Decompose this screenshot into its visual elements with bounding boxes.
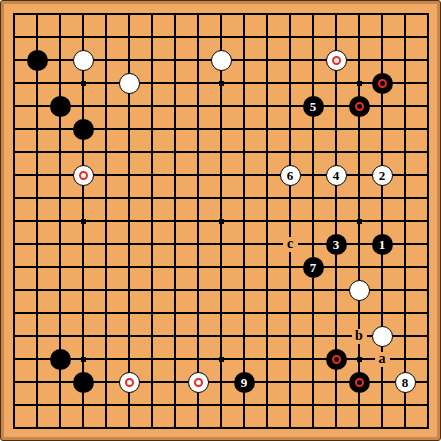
- intersection[interactable]: [394, 141, 417, 164]
- intersection[interactable]: [233, 210, 256, 233]
- intersection[interactable]: [95, 49, 118, 72]
- intersection[interactable]: 6: [279, 164, 302, 187]
- intersection[interactable]: [417, 187, 440, 210]
- intersection[interactable]: [233, 72, 256, 95]
- intersection[interactable]: [141, 417, 164, 440]
- intersection[interactable]: [95, 371, 118, 394]
- intersection[interactable]: [371, 417, 394, 440]
- intersection[interactable]: [348, 72, 371, 95]
- intersection[interactable]: [187, 325, 210, 348]
- intersection[interactable]: [118, 233, 141, 256]
- intersection[interactable]: [164, 141, 187, 164]
- intersection[interactable]: [164, 187, 187, 210]
- intersection[interactable]: [256, 164, 279, 187]
- intersection[interactable]: [348, 26, 371, 49]
- intersection[interactable]: [394, 3, 417, 26]
- intersection[interactable]: [164, 72, 187, 95]
- intersection[interactable]: [348, 187, 371, 210]
- intersection[interactable]: [394, 164, 417, 187]
- intersection[interactable]: [279, 26, 302, 49]
- intersection[interactable]: [233, 26, 256, 49]
- intersection[interactable]: [302, 325, 325, 348]
- intersection[interactable]: c: [279, 233, 302, 256]
- intersection[interactable]: [394, 417, 417, 440]
- intersection[interactable]: [279, 279, 302, 302]
- intersection[interactable]: [256, 371, 279, 394]
- intersection[interactable]: [210, 394, 233, 417]
- intersection[interactable]: [95, 187, 118, 210]
- intersection[interactable]: [394, 325, 417, 348]
- intersection[interactable]: [210, 371, 233, 394]
- intersection[interactable]: [256, 279, 279, 302]
- intersection[interactable]: [394, 256, 417, 279]
- intersection[interactable]: [164, 118, 187, 141]
- intersection[interactable]: [118, 256, 141, 279]
- intersection[interactable]: [118, 49, 141, 72]
- intersection[interactable]: [417, 3, 440, 26]
- intersection[interactable]: [302, 49, 325, 72]
- intersection[interactable]: [348, 279, 371, 302]
- intersection[interactable]: 9: [233, 371, 256, 394]
- intersection[interactable]: [256, 233, 279, 256]
- intersection[interactable]: [233, 233, 256, 256]
- intersection[interactable]: [302, 26, 325, 49]
- intersection[interactable]: [187, 3, 210, 26]
- intersection[interactable]: 1: [371, 233, 394, 256]
- intersection[interactable]: [49, 210, 72, 233]
- intersection[interactable]: [371, 302, 394, 325]
- intersection[interactable]: [95, 95, 118, 118]
- intersection[interactable]: [256, 302, 279, 325]
- intersection[interactable]: [49, 325, 72, 348]
- intersection[interactable]: [371, 371, 394, 394]
- intersection[interactable]: [164, 26, 187, 49]
- intersection[interactable]: [141, 164, 164, 187]
- intersection[interactable]: [3, 95, 26, 118]
- intersection[interactable]: [348, 371, 371, 394]
- intersection[interactable]: [3, 49, 26, 72]
- intersection[interactable]: [325, 394, 348, 417]
- intersection[interactable]: [348, 394, 371, 417]
- intersection[interactable]: [95, 256, 118, 279]
- intersection[interactable]: [417, 95, 440, 118]
- intersection[interactable]: [118, 26, 141, 49]
- intersection[interactable]: [256, 348, 279, 371]
- intersection[interactable]: [72, 371, 95, 394]
- intersection[interactable]: [233, 279, 256, 302]
- intersection[interactable]: [325, 141, 348, 164]
- intersection[interactable]: [141, 256, 164, 279]
- intersection[interactable]: 8: [394, 371, 417, 394]
- intersection[interactable]: [26, 371, 49, 394]
- intersection[interactable]: [187, 279, 210, 302]
- intersection[interactable]: [95, 302, 118, 325]
- intersection[interactable]: [371, 210, 394, 233]
- intersection[interactable]: [417, 256, 440, 279]
- intersection[interactable]: [95, 279, 118, 302]
- intersection[interactable]: [3, 26, 26, 49]
- intersection[interactable]: [279, 256, 302, 279]
- intersection[interactable]: [26, 3, 49, 26]
- intersection[interactable]: [95, 26, 118, 49]
- intersection[interactable]: [141, 210, 164, 233]
- intersection[interactable]: [95, 118, 118, 141]
- intersection[interactable]: [49, 256, 72, 279]
- intersection[interactable]: [26, 118, 49, 141]
- intersection[interactable]: [233, 394, 256, 417]
- intersection[interactable]: [348, 417, 371, 440]
- intersection[interactable]: [325, 325, 348, 348]
- intersection[interactable]: [49, 49, 72, 72]
- intersection[interactable]: [325, 210, 348, 233]
- intersection[interactable]: [417, 279, 440, 302]
- intersection[interactable]: [187, 394, 210, 417]
- intersection[interactable]: [26, 348, 49, 371]
- intersection[interactable]: [49, 371, 72, 394]
- intersection[interactable]: [187, 141, 210, 164]
- intersection[interactable]: [118, 118, 141, 141]
- intersection[interactable]: b: [348, 325, 371, 348]
- intersection[interactable]: [371, 394, 394, 417]
- intersection[interactable]: [164, 394, 187, 417]
- intersection[interactable]: [95, 325, 118, 348]
- intersection[interactable]: [371, 3, 394, 26]
- intersection[interactable]: [417, 302, 440, 325]
- intersection[interactable]: [3, 210, 26, 233]
- intersection[interactable]: [256, 325, 279, 348]
- intersection[interactable]: [118, 95, 141, 118]
- intersection[interactable]: [210, 233, 233, 256]
- intersection[interactable]: [26, 394, 49, 417]
- intersection[interactable]: [3, 3, 26, 26]
- intersection[interactable]: [302, 141, 325, 164]
- intersection[interactable]: [279, 348, 302, 371]
- intersection[interactable]: [371, 72, 394, 95]
- intersection[interactable]: [72, 118, 95, 141]
- intersection[interactable]: [118, 187, 141, 210]
- intersection[interactable]: [302, 371, 325, 394]
- intersection[interactable]: [95, 164, 118, 187]
- intersection[interactable]: [371, 325, 394, 348]
- intersection[interactable]: [49, 233, 72, 256]
- intersection[interactable]: [26, 95, 49, 118]
- intersection[interactable]: [348, 210, 371, 233]
- intersection[interactable]: [210, 302, 233, 325]
- intersection[interactable]: [256, 394, 279, 417]
- intersection[interactable]: [164, 233, 187, 256]
- intersection[interactable]: [325, 118, 348, 141]
- intersection[interactable]: [95, 72, 118, 95]
- intersection[interactable]: [210, 95, 233, 118]
- intersection[interactable]: [417, 49, 440, 72]
- intersection[interactable]: [3, 233, 26, 256]
- intersection[interactable]: [72, 279, 95, 302]
- intersection[interactable]: [187, 95, 210, 118]
- intersection[interactable]: [210, 118, 233, 141]
- intersection[interactable]: [325, 3, 348, 26]
- intersection[interactable]: [348, 141, 371, 164]
- intersection[interactable]: 2: [371, 164, 394, 187]
- intersection[interactable]: [49, 348, 72, 371]
- intersection[interactable]: [417, 394, 440, 417]
- intersection[interactable]: [49, 164, 72, 187]
- intersection[interactable]: [95, 210, 118, 233]
- intersection[interactable]: [118, 141, 141, 164]
- intersection[interactable]: [348, 302, 371, 325]
- intersection[interactable]: [394, 348, 417, 371]
- intersection[interactable]: [279, 394, 302, 417]
- intersection[interactable]: [394, 279, 417, 302]
- intersection[interactable]: [279, 187, 302, 210]
- intersection[interactable]: [279, 210, 302, 233]
- intersection[interactable]: [141, 3, 164, 26]
- intersection[interactable]: [279, 302, 302, 325]
- intersection[interactable]: [95, 417, 118, 440]
- intersection[interactable]: [325, 187, 348, 210]
- intersection[interactable]: [417, 325, 440, 348]
- intersection[interactable]: [3, 348, 26, 371]
- intersection[interactable]: [256, 118, 279, 141]
- intersection[interactable]: [417, 164, 440, 187]
- intersection[interactable]: [3, 279, 26, 302]
- intersection[interactable]: [118, 279, 141, 302]
- intersection[interactable]: a: [371, 348, 394, 371]
- intersection[interactable]: [141, 325, 164, 348]
- intersection[interactable]: [3, 141, 26, 164]
- intersection[interactable]: [417, 210, 440, 233]
- intersection[interactable]: [72, 417, 95, 440]
- intersection[interactable]: [325, 26, 348, 49]
- intersection[interactable]: [118, 164, 141, 187]
- intersection[interactable]: [164, 348, 187, 371]
- intersection[interactable]: [72, 233, 95, 256]
- intersection[interactable]: [417, 348, 440, 371]
- intersection[interactable]: [118, 371, 141, 394]
- intersection[interactable]: [210, 49, 233, 72]
- intersection[interactable]: [49, 141, 72, 164]
- intersection[interactable]: [26, 164, 49, 187]
- intersection[interactable]: [118, 302, 141, 325]
- intersection[interactable]: [394, 210, 417, 233]
- intersection[interactable]: [325, 302, 348, 325]
- intersection[interactable]: [95, 3, 118, 26]
- intersection[interactable]: [49, 3, 72, 26]
- intersection[interactable]: [302, 279, 325, 302]
- intersection[interactable]: [302, 72, 325, 95]
- intersection[interactable]: [348, 233, 371, 256]
- intersection[interactable]: [187, 210, 210, 233]
- intersection[interactable]: [95, 141, 118, 164]
- intersection[interactable]: [371, 141, 394, 164]
- intersection[interactable]: [417, 417, 440, 440]
- intersection[interactable]: [279, 118, 302, 141]
- intersection[interactable]: [394, 187, 417, 210]
- intersection[interactable]: [210, 348, 233, 371]
- intersection[interactable]: [279, 371, 302, 394]
- intersection[interactable]: [118, 72, 141, 95]
- intersection[interactable]: [164, 256, 187, 279]
- intersection[interactable]: [95, 394, 118, 417]
- intersection[interactable]: [302, 348, 325, 371]
- intersection[interactable]: [371, 256, 394, 279]
- intersection[interactable]: [256, 3, 279, 26]
- intersection[interactable]: [325, 95, 348, 118]
- intersection[interactable]: [233, 302, 256, 325]
- intersection[interactable]: [394, 302, 417, 325]
- intersection[interactable]: [141, 394, 164, 417]
- intersection[interactable]: [26, 187, 49, 210]
- intersection[interactable]: [49, 417, 72, 440]
- intersection[interactable]: [164, 3, 187, 26]
- intersection[interactable]: [233, 348, 256, 371]
- intersection[interactable]: [325, 371, 348, 394]
- intersection[interactable]: [302, 187, 325, 210]
- intersection[interactable]: [118, 3, 141, 26]
- intersection[interactable]: [325, 348, 348, 371]
- intersection[interactable]: [279, 3, 302, 26]
- intersection[interactable]: [3, 302, 26, 325]
- intersection[interactable]: [302, 164, 325, 187]
- intersection[interactable]: 4: [325, 164, 348, 187]
- intersection[interactable]: [325, 279, 348, 302]
- intersection[interactable]: [233, 49, 256, 72]
- intersection[interactable]: [256, 141, 279, 164]
- intersection[interactable]: [72, 49, 95, 72]
- intersection[interactable]: [3, 325, 26, 348]
- intersection[interactable]: [417, 72, 440, 95]
- intersection[interactable]: [141, 279, 164, 302]
- intersection[interactable]: [256, 210, 279, 233]
- intersection[interactable]: [164, 371, 187, 394]
- intersection[interactable]: [325, 49, 348, 72]
- intersection[interactable]: [118, 325, 141, 348]
- intersection[interactable]: 3: [325, 233, 348, 256]
- intersection[interactable]: [26, 256, 49, 279]
- intersection[interactable]: [141, 26, 164, 49]
- intersection[interactable]: [256, 26, 279, 49]
- intersection[interactable]: [279, 49, 302, 72]
- intersection[interactable]: [164, 164, 187, 187]
- intersection[interactable]: [164, 325, 187, 348]
- intersection[interactable]: [26, 141, 49, 164]
- intersection[interactable]: [302, 233, 325, 256]
- intersection[interactable]: [394, 49, 417, 72]
- intersection[interactable]: [371, 187, 394, 210]
- intersection[interactable]: [394, 118, 417, 141]
- intersection[interactable]: [141, 302, 164, 325]
- intersection[interactable]: [302, 302, 325, 325]
- intersection[interactable]: [3, 256, 26, 279]
- intersection[interactable]: [348, 164, 371, 187]
- intersection[interactable]: [233, 118, 256, 141]
- intersection[interactable]: [394, 72, 417, 95]
- intersection[interactable]: [302, 394, 325, 417]
- intersection[interactable]: [3, 164, 26, 187]
- intersection[interactable]: [72, 348, 95, 371]
- intersection[interactable]: [72, 72, 95, 95]
- intersection[interactable]: [72, 210, 95, 233]
- intersection[interactable]: [371, 95, 394, 118]
- intersection[interactable]: [394, 95, 417, 118]
- intersection[interactable]: [72, 187, 95, 210]
- intersection[interactable]: [256, 256, 279, 279]
- intersection[interactable]: [26, 233, 49, 256]
- intersection[interactable]: [187, 164, 210, 187]
- intersection[interactable]: [302, 417, 325, 440]
- intersection[interactable]: [49, 187, 72, 210]
- intersection[interactable]: [141, 187, 164, 210]
- intersection[interactable]: [187, 26, 210, 49]
- intersection[interactable]: [72, 95, 95, 118]
- intersection[interactable]: [233, 164, 256, 187]
- intersection[interactable]: [187, 417, 210, 440]
- intersection[interactable]: [72, 164, 95, 187]
- intersection[interactable]: [164, 279, 187, 302]
- intersection[interactable]: [95, 233, 118, 256]
- intersection[interactable]: [279, 141, 302, 164]
- intersection[interactable]: [72, 26, 95, 49]
- intersection[interactable]: [26, 49, 49, 72]
- intersection[interactable]: [233, 95, 256, 118]
- intersection[interactable]: [141, 371, 164, 394]
- intersection[interactable]: [49, 279, 72, 302]
- intersection[interactable]: [233, 417, 256, 440]
- intersection[interactable]: [210, 417, 233, 440]
- intersection[interactable]: [3, 72, 26, 95]
- intersection[interactable]: [348, 348, 371, 371]
- intersection[interactable]: [164, 302, 187, 325]
- intersection[interactable]: [26, 26, 49, 49]
- intersection[interactable]: [210, 3, 233, 26]
- intersection[interactable]: [371, 279, 394, 302]
- intersection[interactable]: [302, 118, 325, 141]
- intersection[interactable]: [394, 26, 417, 49]
- intersection[interactable]: [210, 210, 233, 233]
- intersection[interactable]: [26, 417, 49, 440]
- intersection[interactable]: [233, 3, 256, 26]
- intersection[interactable]: [141, 348, 164, 371]
- intersection[interactable]: [233, 256, 256, 279]
- intersection[interactable]: [141, 72, 164, 95]
- intersection[interactable]: [3, 187, 26, 210]
- intersection[interactable]: 5: [302, 95, 325, 118]
- intersection[interactable]: [233, 325, 256, 348]
- intersection[interactable]: [256, 49, 279, 72]
- intersection[interactable]: [72, 325, 95, 348]
- intersection[interactable]: [118, 210, 141, 233]
- intersection[interactable]: [417, 371, 440, 394]
- intersection[interactable]: [348, 3, 371, 26]
- intersection[interactable]: [72, 302, 95, 325]
- intersection[interactable]: [72, 394, 95, 417]
- intersection[interactable]: [187, 371, 210, 394]
- intersection[interactable]: 7: [302, 256, 325, 279]
- intersection[interactable]: [279, 325, 302, 348]
- intersection[interactable]: [348, 256, 371, 279]
- intersection[interactable]: [210, 141, 233, 164]
- intersection[interactable]: [3, 371, 26, 394]
- intersection[interactable]: [164, 49, 187, 72]
- intersection[interactable]: [164, 417, 187, 440]
- intersection[interactable]: [371, 49, 394, 72]
- intersection[interactable]: [187, 72, 210, 95]
- intersection[interactable]: [141, 141, 164, 164]
- intersection[interactable]: [210, 187, 233, 210]
- intersection[interactable]: [348, 49, 371, 72]
- intersection[interactable]: [325, 72, 348, 95]
- intersection[interactable]: [26, 279, 49, 302]
- intersection[interactable]: [164, 95, 187, 118]
